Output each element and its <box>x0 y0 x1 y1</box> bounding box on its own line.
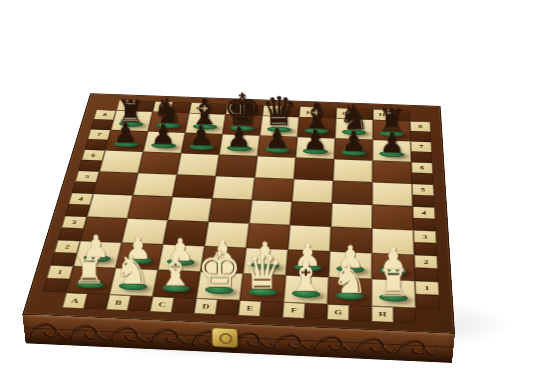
coord-label: 2 <box>414 255 438 269</box>
brass-clasp-icon <box>211 327 238 348</box>
coord-spacer <box>413 218 436 231</box>
coord-spacer <box>415 294 440 309</box>
piece-glyph: ♞ <box>328 259 372 300</box>
coord-spacer <box>84 294 109 310</box>
coord-spacer <box>349 305 371 321</box>
piece-glyph: ♟ <box>373 129 411 157</box>
white-knight-piece: ♞ <box>327 277 371 306</box>
coord-label: E <box>238 300 262 316</box>
black-pawn-piece: ♟ <box>296 137 335 159</box>
coord-label: H <box>371 306 393 322</box>
coord-spacer <box>304 303 327 319</box>
coord-spacer <box>411 152 433 163</box>
coord-spacer <box>414 242 438 256</box>
pieces-layer: ♜♞♝♚♛♝♞♜♟♟♟♟♟♟♟♟♟♟♟♟♟♟♟♟♜♞♝♚♛♝♞♜ <box>66 110 416 308</box>
black-pawn-piece: ♟ <box>181 133 222 155</box>
coord-spacer <box>260 301 283 317</box>
coord-label: 5 <box>412 184 434 196</box>
piece-glyph: ♟ <box>220 124 258 152</box>
coord-label: 3 <box>413 230 436 243</box>
piece-glyph: ♟ <box>296 126 334 154</box>
black-pawn-piece: ♟ <box>219 134 260 156</box>
piece-glyph: ♚ <box>197 244 241 294</box>
black-pawn-piece: ♟ <box>373 140 412 162</box>
coord-label: C <box>150 296 175 312</box>
piece-glyph: ♛ <box>240 249 284 296</box>
coord-label: G <box>327 304 350 320</box>
coord-label: 1 <box>415 281 440 295</box>
piece-glyph: ♞ <box>110 250 153 290</box>
piece-glyph: ♟ <box>258 125 296 153</box>
black-pawn-piece: ♟ <box>334 138 373 160</box>
coord-label: F <box>282 302 305 318</box>
coord-spacer <box>394 307 417 323</box>
coord-spacer <box>414 268 438 282</box>
piece-glyph: ♟ <box>106 119 144 147</box>
piece-glyph: ♜ <box>372 264 416 301</box>
coord-spacer <box>412 173 434 185</box>
black-pawn-piece: ♟ <box>105 130 148 152</box>
piece-glyph: ♜ <box>67 251 110 288</box>
piece-glyph: ♟ <box>334 128 372 156</box>
black-pawn-piece: ♟ <box>143 131 185 153</box>
chess-board: ABCDEFGH ABCDEFGH 87654321 87654321 ♜♞♝♚… <box>22 93 455 334</box>
chess-set-photo: ABCDEFGH ABCDEFGH 87654321 87654321 ♜♞♝♚… <box>0 0 533 373</box>
coord-spacer <box>172 297 196 313</box>
white-bishop-piece: ♝ <box>284 275 329 304</box>
white-knight-piece: ♞ <box>109 268 158 296</box>
chess-set: ABCDEFGH ABCDEFGH 87654321 87654321 ♜♞♝♚… <box>22 93 455 334</box>
coord-spacer <box>128 296 153 312</box>
coord-label: 4 <box>413 206 436 219</box>
white-bishop-piece: ♝ <box>153 270 201 299</box>
white-rook-piece: ♜ <box>372 279 416 308</box>
coord-label: D <box>194 298 218 314</box>
coord-spacer <box>216 299 240 315</box>
white-rook-piece: ♜ <box>66 266 115 294</box>
white-king-piece: ♚ <box>196 272 243 301</box>
coord-label: 6 <box>411 162 433 174</box>
piece-glyph: ♝ <box>284 256 328 298</box>
black-pawn-piece: ♟ <box>257 136 297 158</box>
piece-glyph: ♝ <box>154 251 198 292</box>
white-queen-piece: ♛ <box>240 273 286 302</box>
coord-spacer <box>78 160 102 172</box>
piece-glyph: ♟ <box>182 122 220 150</box>
piece-glyph: ♟ <box>144 121 182 149</box>
